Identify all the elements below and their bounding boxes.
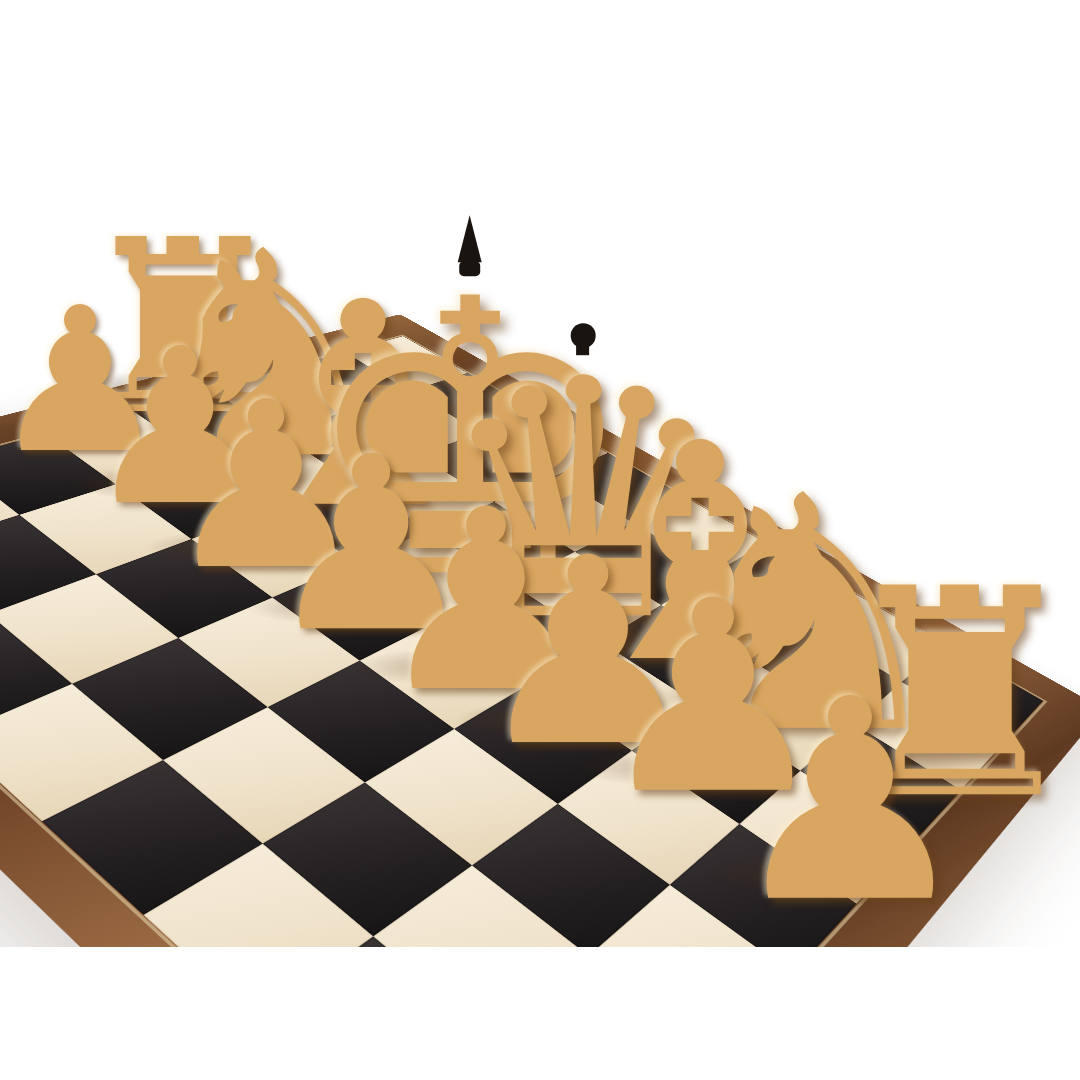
pieces-layer: ♜♞♟♝♟♚♟♛♟♝♟♞♟♟♜♟ <box>0 0 1080 1080</box>
white-pawn-glyph: ♟ <box>725 663 974 941</box>
white-pawn[interactable]: ♟ <box>725 663 974 941</box>
king-spire-finial <box>458 215 482 262</box>
queen-ball-finial <box>571 323 596 348</box>
chess-product-photo: ♜♞♟♝♟♚♟♛♟♝♟♞♟♟♜♟ <box>0 0 1080 1080</box>
